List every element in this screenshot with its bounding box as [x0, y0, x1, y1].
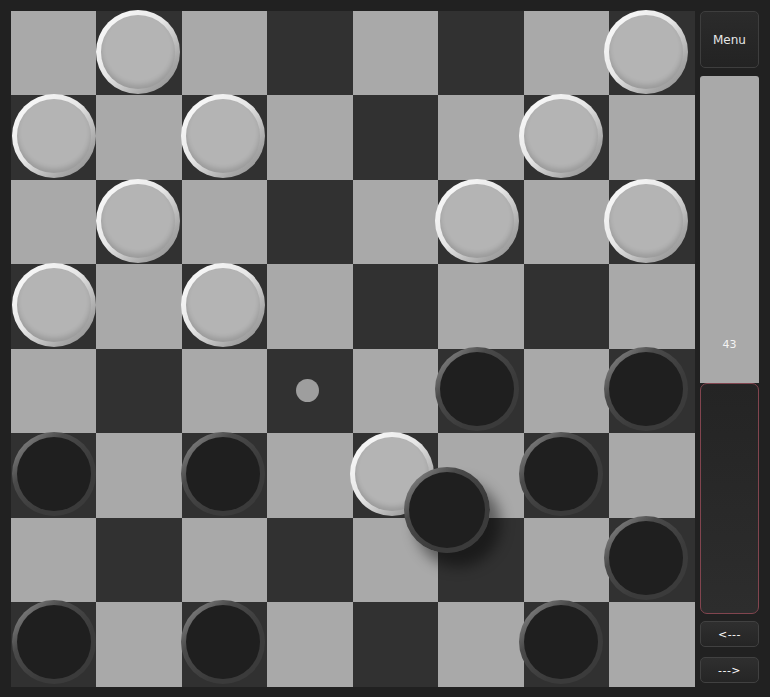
square-3-7[interactable] — [609, 264, 695, 349]
black-man-face — [524, 437, 598, 511]
square-4-0[interactable] — [11, 349, 97, 434]
square-6-2[interactable] — [182, 518, 268, 603]
white-man-face — [609, 15, 683, 89]
square-7-1[interactable] — [96, 602, 182, 687]
dragged-black-man[interactable] — [404, 467, 490, 553]
square-0-2[interactable] — [182, 11, 268, 96]
square-1-5[interactable] — [438, 95, 524, 180]
white-man-face — [186, 99, 260, 173]
black-man-face — [524, 605, 598, 679]
white-man[interactable] — [604, 10, 688, 94]
white-man[interactable] — [519, 94, 603, 178]
square-0-5[interactable] — [438, 11, 524, 96]
white-man-face — [17, 268, 91, 342]
square-1-4[interactable] — [353, 95, 439, 180]
white-man[interactable] — [96, 179, 180, 263]
square-3-5[interactable] — [438, 264, 524, 349]
square-1-7[interactable] — [609, 95, 695, 180]
black-man-face — [440, 352, 514, 426]
black-man[interactable] — [519, 432, 603, 516]
white-man[interactable] — [96, 10, 180, 94]
square-4-6[interactable] — [524, 349, 610, 434]
white-man-face — [524, 99, 598, 173]
square-4-1[interactable] — [96, 349, 182, 434]
black-man[interactable] — [435, 347, 519, 431]
dragged-black-man-face — [409, 472, 485, 548]
square-2-4[interactable] — [353, 180, 439, 265]
white-man[interactable] — [181, 263, 265, 347]
square-5-3[interactable] — [267, 433, 353, 518]
square-2-3[interactable] — [267, 180, 353, 265]
square-2-2[interactable] — [182, 180, 268, 265]
square-7-3[interactable] — [267, 602, 353, 687]
square-3-6[interactable] — [524, 264, 610, 349]
white-man[interactable] — [435, 179, 519, 263]
square-6-1[interactable] — [96, 518, 182, 603]
black-man-face — [609, 352, 683, 426]
square-0-3[interactable] — [267, 11, 353, 96]
sidebar: Menu 43 <--- ---> — [698, 0, 770, 697]
checkers-app: Menu 43 <--- ---> — [0, 0, 770, 697]
white-man[interactable] — [12, 94, 96, 178]
square-1-3[interactable] — [267, 95, 353, 180]
white-man[interactable] — [604, 179, 688, 263]
white-man-face — [440, 184, 514, 258]
black-man-face — [17, 605, 91, 679]
eval-bar-white-portion — [700, 76, 759, 383]
white-man-face — [101, 15, 175, 89]
square-4-2[interactable] — [182, 349, 268, 434]
square-0-0[interactable] — [11, 11, 97, 96]
square-5-1[interactable] — [96, 433, 182, 518]
square-6-0[interactable] — [11, 518, 97, 603]
square-4-3[interactable] — [267, 349, 353, 434]
square-0-6[interactable] — [524, 11, 610, 96]
square-7-7[interactable] — [609, 602, 695, 687]
square-3-1[interactable] — [96, 264, 182, 349]
black-man[interactable] — [12, 432, 96, 516]
black-man[interactable] — [181, 600, 265, 684]
black-man[interactable] — [519, 600, 603, 684]
square-3-4[interactable] — [353, 264, 439, 349]
square-6-6[interactable] — [524, 518, 610, 603]
square-7-5[interactable] — [438, 602, 524, 687]
square-6-3[interactable] — [267, 518, 353, 603]
square-7-4[interactable] — [353, 602, 439, 687]
eval-bar-black-portion — [700, 383, 759, 614]
square-4-4[interactable] — [353, 349, 439, 434]
black-man[interactable] — [12, 600, 96, 684]
white-man-face — [101, 184, 175, 258]
white-man-face — [186, 268, 260, 342]
square-5-7[interactable] — [609, 433, 695, 518]
back-button[interactable]: <--- — [700, 621, 759, 647]
black-man[interactable] — [604, 347, 688, 431]
white-man[interactable] — [181, 94, 265, 178]
menu-button[interactable]: Menu — [700, 11, 759, 68]
white-man-face — [17, 99, 91, 173]
square-2-0[interactable] — [11, 180, 97, 265]
square-1-1[interactable] — [96, 95, 182, 180]
square-0-4[interactable] — [353, 11, 439, 96]
black-man[interactable] — [604, 516, 688, 600]
eval-score: 43 — [700, 338, 759, 351]
forward-button[interactable]: ---> — [700, 657, 759, 683]
square-3-3[interactable] — [267, 264, 353, 349]
white-man-face — [609, 184, 683, 258]
black-man-face — [186, 605, 260, 679]
black-man-face — [186, 437, 260, 511]
black-man-face — [17, 437, 91, 511]
white-man[interactable] — [12, 263, 96, 347]
square-2-6[interactable] — [524, 180, 610, 265]
black-man[interactable] — [181, 432, 265, 516]
black-man-face — [609, 521, 683, 595]
